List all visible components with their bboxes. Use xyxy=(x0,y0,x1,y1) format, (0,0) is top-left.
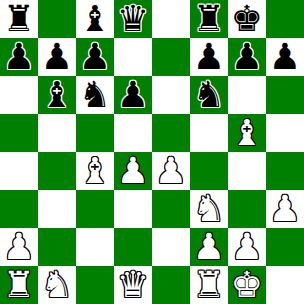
square-e2[interactable] xyxy=(152,228,190,266)
piece-black-pawn[interactable]: ♟ xyxy=(193,38,225,76)
square-e1[interactable] xyxy=(152,266,190,304)
square-a2[interactable]: ♟ xyxy=(0,228,38,266)
piece-black-king[interactable]: ♚ xyxy=(231,0,263,38)
square-c7[interactable]: ♟ xyxy=(76,38,114,76)
piece-black-pawn[interactable]: ♟ xyxy=(79,38,111,76)
square-h8[interactable] xyxy=(266,0,304,38)
square-b5[interactable] xyxy=(38,114,76,152)
square-e3[interactable] xyxy=(152,190,190,228)
square-h5[interactable] xyxy=(266,114,304,152)
square-h2[interactable] xyxy=(266,228,304,266)
piece-white-bishop[interactable]: ♝ xyxy=(79,152,111,190)
square-d6[interactable]: ♟ xyxy=(114,76,152,114)
piece-white-pawn[interactable]: ♟ xyxy=(269,190,301,228)
piece-white-rook[interactable]: ♜ xyxy=(3,266,35,304)
square-e4[interactable]: ♟ xyxy=(152,152,190,190)
piece-black-pawn[interactable]: ♟ xyxy=(41,38,73,76)
piece-white-pawn[interactable]: ♟ xyxy=(231,228,263,266)
square-a1[interactable]: ♜ xyxy=(0,266,38,304)
square-b3[interactable] xyxy=(38,190,76,228)
square-d3[interactable] xyxy=(114,190,152,228)
square-b8[interactable] xyxy=(38,0,76,38)
square-c6[interactable]: ♞ xyxy=(76,76,114,114)
square-h1[interactable] xyxy=(266,266,304,304)
piece-black-bishop[interactable]: ♝ xyxy=(79,0,111,38)
square-e6[interactable] xyxy=(152,76,190,114)
square-c5[interactable] xyxy=(76,114,114,152)
square-h7[interactable]: ♟ xyxy=(266,38,304,76)
square-a4[interactable] xyxy=(0,152,38,190)
piece-white-bishop[interactable]: ♝ xyxy=(231,114,263,152)
piece-white-knight[interactable]: ♞ xyxy=(193,190,225,228)
square-f8[interactable]: ♜ xyxy=(190,0,228,38)
square-d2[interactable] xyxy=(114,228,152,266)
square-f6[interactable]: ♞ xyxy=(190,76,228,114)
chess-board: ♜♝♛♜♚♟♟♟♟♟♟♝♞♟♞♝♝♟♟♞♟♟♟♟♜♞♛♜♚ xyxy=(0,0,304,304)
piece-black-queen[interactable]: ♛ xyxy=(117,0,149,38)
square-c8[interactable]: ♝ xyxy=(76,0,114,38)
square-g4[interactable] xyxy=(228,152,266,190)
square-f4[interactable] xyxy=(190,152,228,190)
square-h4[interactable] xyxy=(266,152,304,190)
square-c4[interactable]: ♝ xyxy=(76,152,114,190)
square-c2[interactable] xyxy=(76,228,114,266)
piece-black-pawn[interactable]: ♟ xyxy=(231,38,263,76)
square-b4[interactable] xyxy=(38,152,76,190)
square-e5[interactable] xyxy=(152,114,190,152)
piece-black-rook[interactable]: ♜ xyxy=(3,0,35,38)
square-f3[interactable]: ♞ xyxy=(190,190,228,228)
piece-white-pawn[interactable]: ♟ xyxy=(3,228,35,266)
piece-black-knight[interactable]: ♞ xyxy=(193,76,225,114)
piece-black-knight[interactable]: ♞ xyxy=(79,76,111,114)
square-e8[interactable] xyxy=(152,0,190,38)
square-g1[interactable]: ♚ xyxy=(228,266,266,304)
square-b7[interactable]: ♟ xyxy=(38,38,76,76)
piece-white-pawn[interactable]: ♟ xyxy=(117,152,149,190)
square-g3[interactable] xyxy=(228,190,266,228)
square-g7[interactable]: ♟ xyxy=(228,38,266,76)
square-g6[interactable] xyxy=(228,76,266,114)
square-g8[interactable]: ♚ xyxy=(228,0,266,38)
square-f7[interactable]: ♟ xyxy=(190,38,228,76)
square-e7[interactable] xyxy=(152,38,190,76)
square-d4[interactable]: ♟ xyxy=(114,152,152,190)
piece-white-knight[interactable]: ♞ xyxy=(41,266,73,304)
square-f1[interactable]: ♜ xyxy=(190,266,228,304)
square-g2[interactable]: ♟ xyxy=(228,228,266,266)
square-b2[interactable] xyxy=(38,228,76,266)
square-c1[interactable] xyxy=(76,266,114,304)
square-a5[interactable] xyxy=(0,114,38,152)
square-h6[interactable] xyxy=(266,76,304,114)
piece-black-pawn[interactable]: ♟ xyxy=(117,76,149,114)
square-a6[interactable] xyxy=(0,76,38,114)
piece-black-bishop[interactable]: ♝ xyxy=(41,76,73,114)
square-f5[interactable] xyxy=(190,114,228,152)
square-d1[interactable]: ♛ xyxy=(114,266,152,304)
square-d7[interactable] xyxy=(114,38,152,76)
square-d8[interactable]: ♛ xyxy=(114,0,152,38)
piece-white-queen[interactable]: ♛ xyxy=(117,266,149,304)
piece-black-pawn[interactable]: ♟ xyxy=(3,38,35,76)
square-b1[interactable]: ♞ xyxy=(38,266,76,304)
piece-white-pawn[interactable]: ♟ xyxy=(193,228,225,266)
piece-white-rook[interactable]: ♜ xyxy=(193,266,225,304)
square-f2[interactable]: ♟ xyxy=(190,228,228,266)
square-c3[interactable] xyxy=(76,190,114,228)
square-a3[interactable] xyxy=(0,190,38,228)
square-h3[interactable]: ♟ xyxy=(266,190,304,228)
square-g5[interactable]: ♝ xyxy=(228,114,266,152)
square-b6[interactable]: ♝ xyxy=(38,76,76,114)
square-a8[interactable]: ♜ xyxy=(0,0,38,38)
square-d5[interactable] xyxy=(114,114,152,152)
piece-black-rook[interactable]: ♜ xyxy=(193,0,225,38)
piece-white-king[interactable]: ♚ xyxy=(231,266,263,304)
square-a7[interactable]: ♟ xyxy=(0,38,38,76)
piece-white-pawn[interactable]: ♟ xyxy=(155,152,187,190)
piece-black-pawn[interactable]: ♟ xyxy=(269,38,301,76)
